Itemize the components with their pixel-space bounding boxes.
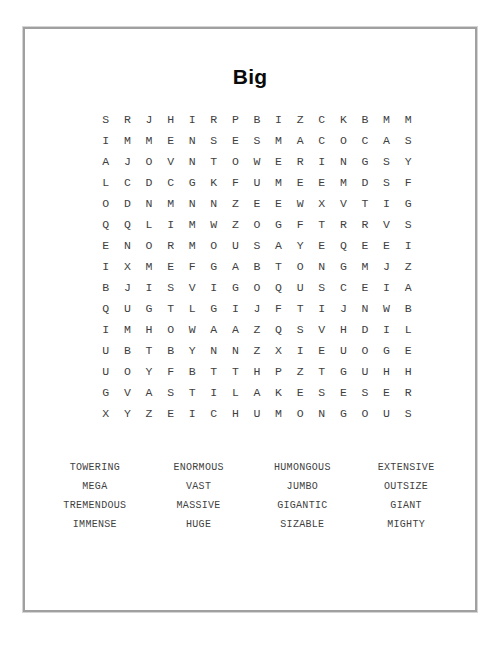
grid-cell: M [376,109,398,130]
grid-cell: M [117,130,139,151]
grid-cell: Q [117,214,139,235]
grid-cell: R [203,109,225,130]
grid-cell: A [203,319,225,340]
grid-cell: O [289,403,311,424]
grid-cell: C [117,172,139,193]
grid-cell: M [354,256,376,277]
word-list-item: IMMENSE [43,515,147,534]
grid-cell: G [354,151,376,172]
grid-cell: I [203,382,225,403]
grid-cell: K [268,382,290,403]
grid-cell: N [203,340,225,361]
word-list-item: TREMENDOUS [43,496,147,515]
grid-cell: E [354,235,376,256]
page-background: Big SRJHIRPBIZCKBMMIMMENSESMACOCASAJOVNT… [0,0,500,647]
grid-cell: I [376,277,398,298]
grid-cell: I [397,235,419,256]
grid-cell: W [203,214,225,235]
grid-cell: F [268,298,290,319]
grid-cell: I [160,214,182,235]
grid-cell: T [181,382,203,403]
grid-cell: N [138,193,160,214]
puzzle-sheet: Big SRJHIRPBIZCKBMMIMMENSESMACOCASAJOVNT… [23,27,477,612]
grid-cell: R [333,214,355,235]
grid-cell: W [181,319,203,340]
grid-cell: A [268,235,290,256]
grid-cell: S [397,214,419,235]
grid-cell: K [203,172,225,193]
grid-cell: G [203,298,225,319]
grid-cell: N [181,130,203,151]
word-list-item: SIZABLE [251,515,355,534]
grid-cell: B [117,340,139,361]
grid-cell: W [289,193,311,214]
grid-cell: O [138,151,160,172]
word-list-item: MIGHTY [354,515,458,534]
grid-cell: B [354,109,376,130]
grid-cell: R [397,382,419,403]
grid-cell: O [333,130,355,151]
grid-cell: U [246,403,268,424]
grid-cell: S [311,277,333,298]
grid-cell: A [225,256,247,277]
grid-cell: O [138,235,160,256]
grid-cell: A [289,130,311,151]
grid-cell: Z [225,193,247,214]
grid-cell: G [95,382,117,403]
grid-cell: U [333,340,355,361]
grid-cell: V [333,193,355,214]
grid-cell: B [160,340,182,361]
grid-cell: V [160,151,182,172]
grid-cell: H [333,319,355,340]
grid-cell: R [117,109,139,130]
grid-cell: Q [95,214,117,235]
grid-cell: V [311,319,333,340]
grid-cell: G [203,256,225,277]
grid-cell: I [95,319,117,340]
word-list-item: GIANT [354,496,458,515]
grid-cell: Z [246,340,268,361]
grid-cell: I [181,109,203,130]
grid-cell: E [376,382,398,403]
grid-cell: Z [289,109,311,130]
grid-cell: J [246,298,268,319]
grid-cell: R [289,151,311,172]
grid-cell: H [376,361,398,382]
grid-cell: I [225,298,247,319]
grid-cell: O [289,256,311,277]
grid-cell: E [376,235,398,256]
grid-cell: G [397,193,419,214]
grid-cell: I [138,277,160,298]
grid-cell: E [160,130,182,151]
grid-cell: G [268,214,290,235]
grid-cell: B [246,256,268,277]
grid-cell: U [95,361,117,382]
grid-cell: V [376,214,398,235]
grid-cell: B [95,277,117,298]
grid-cell: G [333,403,355,424]
grid-cell: J [117,151,139,172]
grid-cell: S [160,277,182,298]
grid-cell: X [95,403,117,424]
grid-cell: I [203,277,225,298]
grid-cell: A [138,382,160,403]
grid-cell: D [354,172,376,193]
grid-cell: G [376,340,398,361]
grid-cell: E [225,130,247,151]
grid-cell: N [181,193,203,214]
grid-cell: M [181,214,203,235]
grid-cell: W [376,298,398,319]
grid-cell: G [225,277,247,298]
grid-cell: J [138,109,160,130]
grid-cell: I [289,340,311,361]
grid-cell: N [354,298,376,319]
grid-cell: B [397,298,419,319]
grid-cell: Z [397,256,419,277]
grid-cell: O [225,151,247,172]
grid-cell: F [160,361,182,382]
grid-cell: U [376,403,398,424]
grid-cell: M [117,319,139,340]
grid-cell: E [160,403,182,424]
grid-cell: A [376,130,398,151]
grid-cell: J [376,256,398,277]
grid-cell: I [95,130,117,151]
grid-cell: A [95,151,117,172]
word-list-item: HUMONGOUS [251,458,355,477]
grid-cell: I [268,109,290,130]
grid-cell: E [95,235,117,256]
grid-cell: Y [117,403,139,424]
grid-cell: U [95,340,117,361]
word-list-item: OUTSIZE [354,477,458,496]
grid-cell: T [160,298,182,319]
grid-cell: E [311,172,333,193]
grid-cell: G [138,298,160,319]
grid-cell: S [95,109,117,130]
grid-cell: L [138,214,160,235]
grid-cell: J [117,277,139,298]
grid-cell: M [397,109,419,130]
grid-cell: A [397,277,419,298]
grid-cell: Q [333,235,355,256]
grid-cell: T [138,340,160,361]
grid-cell: I [311,298,333,319]
grid-cell: D [354,319,376,340]
grid-cell: Z [138,403,160,424]
grid-cell: I [181,403,203,424]
word-list-item: TOWERING [43,458,147,477]
word-list-item: MASSIVE [147,496,251,515]
grid-cell: W [246,151,268,172]
grid-cell: U [246,172,268,193]
grid-cell: S [376,151,398,172]
grid-cell: H [246,361,268,382]
grid-cell: E [311,235,333,256]
grid-cell: M [268,130,290,151]
grid-cell: T [311,361,333,382]
grid-cell: M [333,172,355,193]
grid-cell: Z [225,214,247,235]
grid-cell: Q [95,298,117,319]
grid-cell: H [397,361,419,382]
grid-cell: C [311,130,333,151]
grid-cell: C [333,277,355,298]
grid-cell: O [246,277,268,298]
word-list-item: GIGANTIC [251,496,355,515]
grid-cell: O [203,235,225,256]
grid-cell: R [354,214,376,235]
grid-cell: S [311,382,333,403]
grid-cell: Y [289,235,311,256]
grid-cell: M [268,403,290,424]
grid-cell: E [246,193,268,214]
grid-cell: E [397,340,419,361]
grid-cell: H [138,319,160,340]
grid-cell: E [268,193,290,214]
grid-cell: S [289,319,311,340]
grid-cell: L [397,319,419,340]
grid-cell: X [268,340,290,361]
grid-cell: B [181,361,203,382]
grid-cell: Z [289,361,311,382]
grid-cell: J [333,298,355,319]
grid-cell: V [117,382,139,403]
grid-cell: E [289,382,311,403]
grid-cell: T [289,298,311,319]
grid-cell: G [181,172,203,193]
grid-cell: Q [268,319,290,340]
grid-cell: P [268,361,290,382]
grid-cell: H [160,109,182,130]
grid-cell: F [225,172,247,193]
grid-cell: O [354,403,376,424]
grid-cell: Y [181,340,203,361]
grid-cell: F [397,172,419,193]
grid-cell: U [354,361,376,382]
grid-cell: X [311,193,333,214]
grid-cell: S [376,172,398,193]
grid-cell: L [95,172,117,193]
puzzle-title: Big [25,65,475,89]
grid-cell: M [138,256,160,277]
grid-cell: R [160,235,182,256]
grid-cell: A [225,319,247,340]
grid-cell: G [333,361,355,382]
grid-cell: E [354,277,376,298]
grid-cell: D [117,193,139,214]
grid-cell: S [203,130,225,151]
grid-cell: N [311,256,333,277]
word-list-item: ENORMOUS [147,458,251,477]
grid-cell: M [181,235,203,256]
grid-cell: V [181,277,203,298]
letter-grid: SRJHIRPBIZCKBMMIMMENSESMACOCASAJOVNTOWER… [95,109,419,424]
grid-cell: I [95,256,117,277]
grid-cell: F [289,214,311,235]
grid-cell: S [397,403,419,424]
grid-cell: O [354,340,376,361]
grid-cell: T [225,361,247,382]
grid-cell: E [160,256,182,277]
grid-cell: O [95,193,117,214]
grid-cell: S [354,382,376,403]
grid-cell: Y [397,151,419,172]
grid-cell: O [160,319,182,340]
grid-cell: G [333,256,355,277]
grid-cell: Y [138,361,160,382]
grid-cell: I [376,319,398,340]
grid-cell: H [225,403,247,424]
grid-cell: N [181,151,203,172]
grid-cell: M [268,172,290,193]
grid-cell: N [225,340,247,361]
grid-cell: Z [246,319,268,340]
grid-cell: A [246,382,268,403]
grid-cell: M [160,193,182,214]
grid-cell: O [246,214,268,235]
grid-cell: U [225,235,247,256]
grid-cell: S [397,130,419,151]
grid-cell: E [311,340,333,361]
grid-cell: N [203,193,225,214]
grid-cell: T [203,151,225,172]
grid-cell: P [225,109,247,130]
grid-cell: Q [268,277,290,298]
grid-cell: T [203,361,225,382]
grid-cell: T [354,193,376,214]
grid-cell: C [203,403,225,424]
grid-cell: M [138,130,160,151]
word-list: TOWERINGENORMOUSHUMONGOUSEXTENSIVEMEGAVA… [43,458,458,534]
grid-cell: T [311,214,333,235]
word-list-item: EXTENSIVE [354,458,458,477]
grid-cell: F [181,256,203,277]
grid-cell: E [268,151,290,172]
grid-cell: B [246,109,268,130]
grid-cell: U [289,277,311,298]
grid-cell: T [268,256,290,277]
grid-cell: C [354,130,376,151]
grid-cell: N [117,235,139,256]
grid-cell: S [160,382,182,403]
word-list-item: MEGA [43,477,147,496]
grid-cell: S [246,235,268,256]
grid-cell: S [246,130,268,151]
grid-cell: E [333,382,355,403]
grid-cell: O [117,361,139,382]
grid-cell: N [333,151,355,172]
word-list-item: JUMBO [251,477,355,496]
grid-cell: L [225,382,247,403]
word-list-item: HUGE [147,515,251,534]
grid-cell: N [311,403,333,424]
grid-cell: X [117,256,139,277]
grid-cell: C [311,109,333,130]
grid-cell: K [333,109,355,130]
grid-cell: D [138,172,160,193]
grid-cell: C [160,172,182,193]
word-list-item: VAST [147,477,251,496]
grid-cell: E [289,172,311,193]
grid-cell: I [376,193,398,214]
grid-cell: I [311,151,333,172]
grid-cell: U [117,298,139,319]
grid-cell: L [181,298,203,319]
